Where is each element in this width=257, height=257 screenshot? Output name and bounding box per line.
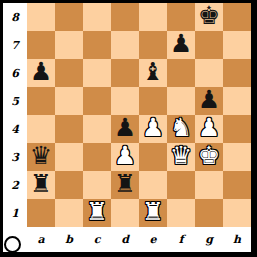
square-c5[interactable] [83, 87, 111, 115]
square-h1[interactable] [223, 199, 251, 227]
rank-label-7: 7 [3, 31, 27, 59]
piece-black-pawn-f7[interactable]: ♟ [170, 30, 192, 58]
file-label-a: a [27, 227, 55, 251]
square-f6[interactable] [167, 59, 195, 87]
square-f5[interactable] [167, 87, 195, 115]
file-label-b: b [55, 227, 83, 251]
piece-black-pawn-g5[interactable]: ♟ [198, 86, 220, 114]
square-b8[interactable] [55, 3, 83, 31]
square-e2[interactable] [139, 171, 167, 199]
square-f3[interactable]: ♛ [167, 143, 195, 171]
square-g1[interactable] [195, 199, 223, 227]
rank-label-4: 4 [3, 115, 27, 143]
square-a6[interactable]: ♟ [27, 59, 55, 87]
square-c3[interactable] [83, 143, 111, 171]
chess-diagram: 87654321 ♚♟♟♝♟♟♟♞♟♛♟♛♚♜♜♜♜ abcdefgh [0, 0, 257, 257]
square-a1[interactable] [27, 199, 55, 227]
square-e3[interactable] [139, 143, 167, 171]
rank-label-8: 8 [3, 3, 27, 31]
piece-white-rook-c1[interactable]: ♜ [86, 198, 108, 226]
square-d8[interactable] [111, 3, 139, 31]
square-g3[interactable]: ♚ [195, 143, 223, 171]
file-labels: abcdefgh [27, 227, 251, 251]
rank-label-2: 2 [3, 171, 27, 199]
square-d5[interactable] [111, 87, 139, 115]
square-h7[interactable] [223, 31, 251, 59]
square-e6[interactable]: ♝ [139, 59, 167, 87]
file-label-g: g [195, 227, 223, 251]
piece-white-pawn-g4[interactable]: ♟ [198, 114, 220, 142]
square-b4[interactable] [55, 115, 83, 143]
piece-white-king-g3[interactable]: ♚ [198, 142, 220, 170]
square-b1[interactable] [55, 199, 83, 227]
square-c6[interactable] [83, 59, 111, 87]
square-b2[interactable] [55, 171, 83, 199]
piece-white-pawn-d3[interactable]: ♟ [114, 142, 136, 170]
square-h2[interactable] [223, 171, 251, 199]
square-h3[interactable] [223, 143, 251, 171]
square-g6[interactable] [195, 59, 223, 87]
rank-labels: 87654321 [3, 3, 27, 227]
file-label-e: e [139, 227, 167, 251]
square-d6[interactable] [111, 59, 139, 87]
square-e5[interactable] [139, 87, 167, 115]
square-c1[interactable]: ♜ [83, 199, 111, 227]
square-e7[interactable] [139, 31, 167, 59]
square-d3[interactable]: ♟ [111, 143, 139, 171]
square-d1[interactable] [111, 199, 139, 227]
square-c7[interactable] [83, 31, 111, 59]
square-h6[interactable] [223, 59, 251, 87]
file-label-f: f [167, 227, 195, 251]
piece-black-queen-a3[interactable]: ♛ [30, 142, 52, 170]
rank-label-5: 5 [3, 87, 27, 115]
rank-label-6: 6 [3, 59, 27, 87]
piece-black-pawn-a6[interactable]: ♟ [30, 58, 52, 86]
square-g7[interactable] [195, 31, 223, 59]
square-a3[interactable]: ♛ [27, 143, 55, 171]
piece-black-bishop-e6[interactable]: ♝ [142, 58, 164, 86]
square-g8[interactable]: ♚ [195, 3, 223, 31]
square-f4[interactable]: ♞ [167, 115, 195, 143]
square-a2[interactable]: ♜ [27, 171, 55, 199]
square-a5[interactable] [27, 87, 55, 115]
piece-white-rook-e1[interactable]: ♜ [142, 198, 164, 226]
piece-white-knight-f4[interactable]: ♞ [170, 114, 192, 142]
square-b6[interactable] [55, 59, 83, 87]
square-b5[interactable] [55, 87, 83, 115]
square-e1[interactable]: ♜ [139, 199, 167, 227]
file-label-c: c [83, 227, 111, 251]
square-b3[interactable] [55, 143, 83, 171]
square-f7[interactable]: ♟ [167, 31, 195, 59]
square-c2[interactable] [83, 171, 111, 199]
square-c4[interactable] [83, 115, 111, 143]
square-h5[interactable] [223, 87, 251, 115]
square-g5[interactable]: ♟ [195, 87, 223, 115]
rank-label-1: 1 [3, 199, 27, 227]
piece-black-rook-d2[interactable]: ♜ [114, 170, 136, 198]
square-a8[interactable] [27, 3, 55, 31]
piece-black-rook-a2[interactable]: ♜ [30, 170, 52, 198]
chess-board: ♚♟♟♝♟♟♟♞♟♛♟♛♚♜♜♜♜ [27, 3, 251, 227]
square-g2[interactable] [195, 171, 223, 199]
square-f1[interactable] [167, 199, 195, 227]
rank-label-3: 3 [3, 143, 27, 171]
square-h8[interactable] [223, 3, 251, 31]
square-g4[interactable]: ♟ [195, 115, 223, 143]
square-a7[interactable] [27, 31, 55, 59]
square-d2[interactable]: ♜ [111, 171, 139, 199]
file-label-h: h [223, 227, 251, 251]
square-d4[interactable]: ♟ [111, 115, 139, 143]
piece-black-king-g8[interactable]: ♚ [198, 2, 220, 30]
square-f8[interactable] [167, 3, 195, 31]
file-label-d: d [111, 227, 139, 251]
piece-white-pawn-e4[interactable]: ♟ [142, 114, 164, 142]
square-e8[interactable] [139, 3, 167, 31]
piece-white-queen-f3[interactable]: ♛ [170, 142, 192, 170]
square-h4[interactable] [223, 115, 251, 143]
side-to-move-indicator [4, 236, 21, 253]
square-c8[interactable] [83, 3, 111, 31]
square-b7[interactable] [55, 31, 83, 59]
piece-black-pawn-d4[interactable]: ♟ [114, 114, 136, 142]
square-a4[interactable] [27, 115, 55, 143]
square-d7[interactable] [111, 31, 139, 59]
square-f2[interactable] [167, 171, 195, 199]
square-e4[interactable]: ♟ [139, 115, 167, 143]
